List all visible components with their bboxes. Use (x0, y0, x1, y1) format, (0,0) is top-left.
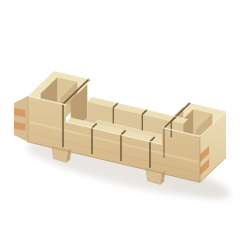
left-end-face (14, 96, 28, 142)
sushi-press-product-photo: Rectangular light-wood pressed-sushi (os… (0, 0, 250, 250)
scene-canvas (0, 0, 250, 250)
